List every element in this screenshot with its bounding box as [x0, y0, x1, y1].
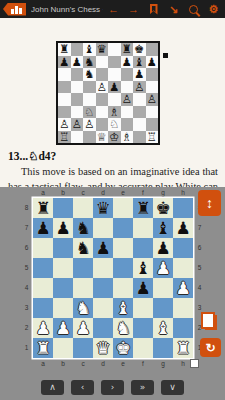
white-bishop: ♝: [115, 298, 130, 318]
diagram-side-to-move-indicator: [163, 53, 168, 58]
square-a2: ♙: [58, 118, 71, 131]
board-resize-button[interactable]: ↕: [198, 190, 221, 216]
square-c6: ♞: [83, 68, 96, 81]
square-f6[interactable]: [133, 238, 153, 258]
square-f2: [121, 118, 134, 131]
white-rook: ♖: [147, 131, 157, 143]
square-d2: [96, 118, 109, 131]
square-c3: ♘: [83, 106, 96, 119]
file-label-c: c: [73, 188, 93, 197]
square-d3: [96, 106, 109, 119]
rank-label-4: 4: [22, 278, 31, 298]
black-pawn: ♟: [35, 218, 50, 238]
white-queen: ♛: [95, 338, 110, 358]
white-knight: ♘: [84, 106, 94, 118]
square-b5: [71, 81, 84, 94]
square-g5[interactable]: ♟: [153, 258, 173, 278]
rank-label-3: 3: [22, 298, 31, 318]
file-label-e: e: [113, 188, 133, 197]
square-h2[interactable]: [173, 318, 193, 338]
square-d8: ♛: [96, 43, 109, 56]
rank-label-2: 2: [22, 318, 31, 338]
square-d4[interactable]: [93, 278, 113, 298]
square-d5[interactable]: [93, 258, 113, 278]
square-e3: ♗: [108, 106, 121, 119]
square-c1: [83, 131, 96, 144]
white-pawn: ♙: [97, 81, 107, 93]
square-d1[interactable]: ♛: [93, 338, 113, 358]
square-a1[interactable]: ♜: [33, 338, 53, 358]
printed-diagram-wrap: ♜♝♛♜♚♟♟♞♟♝♟♞♟♙♟♙♙♙♘♗♙♙♙♘♖♕♔♗♖: [56, 41, 160, 145]
square-h8[interactable]: [173, 198, 193, 218]
square-c8: ♝: [83, 43, 96, 56]
square-f4: ♙: [121, 93, 134, 106]
square-b8[interactable]: [53, 198, 73, 218]
file-label-d: d: [93, 188, 113, 197]
square-g3: [133, 106, 146, 119]
square-e8[interactable]: [113, 198, 133, 218]
bookmark-glyph: [150, 4, 158, 15]
white-pawn: ♙: [147, 93, 157, 105]
square-a7: ♟: [58, 56, 71, 69]
square-c4: [83, 93, 96, 106]
black-pawn: ♟: [134, 68, 144, 80]
square-b7: ♟: [71, 56, 84, 69]
square-c7[interactable]: ♞: [73, 218, 93, 238]
square-h7[interactable]: ♟: [173, 218, 193, 238]
square-b5[interactable]: [53, 258, 73, 278]
black-bishop: ♝: [134, 56, 144, 68]
rotate-board-icon[interactable]: ↻: [200, 338, 221, 357]
square-e5: ♟: [108, 81, 121, 94]
square-a5[interactable]: [33, 258, 53, 278]
rank-labels-left: 87654321: [22, 198, 31, 358]
nav-back-button[interactable]: ‹: [71, 380, 94, 395]
white-bishop: ♝: [155, 318, 170, 338]
square-h4: ♙: [146, 93, 159, 106]
moves-arrow-icon[interactable]: ↘: [167, 2, 180, 16]
black-pawn: ♟: [109, 81, 119, 93]
white-pawn: ♟: [155, 258, 170, 278]
square-c5: [83, 81, 96, 94]
black-queen: ♛: [95, 198, 110, 218]
square-h8: [146, 43, 159, 56]
file-label-a: a: [33, 359, 53, 368]
square-d3[interactable]: [93, 298, 113, 318]
square-e6: [108, 68, 121, 81]
black-knight: ♞: [75, 218, 90, 238]
printed-chess-diagram: ♜♝♛♜♚♟♟♞♟♝♟♞♟♙♟♙♙♙♘♗♙♙♙♘♖♕♔♗♖: [56, 41, 160, 145]
square-e8: [108, 43, 121, 56]
square-h4[interactable]: ♟: [173, 278, 193, 298]
settings-gear-icon[interactable]: ⚙: [207, 2, 220, 16]
square-a2[interactable]: ♟: [33, 318, 53, 338]
file-label-c: c: [73, 359, 93, 368]
square-d6[interactable]: ♟: [93, 238, 113, 258]
square-h1[interactable]: ♜: [173, 338, 193, 358]
back-arrow-icon[interactable]: ←: [107, 2, 120, 16]
interactive-chess-board[interactable]: ♜♛♜♚♟♟♞♝♟♞♟♟♝♟♟♟♞♝♟♟♟♞♝♜♛♚♜: [33, 198, 193, 358]
square-h5: [146, 81, 159, 94]
square-c2[interactable]: ♟: [73, 318, 93, 338]
square-f7: ♟: [121, 56, 134, 69]
square-e6[interactable]: [113, 238, 133, 258]
square-b6[interactable]: [53, 238, 73, 258]
white-pawn: ♟: [35, 318, 50, 338]
square-f7[interactable]: [133, 218, 153, 238]
square-g4[interactable]: [153, 278, 173, 298]
square-h3: [146, 106, 159, 119]
square-a5: [58, 81, 71, 94]
black-king: ♚: [155, 198, 170, 218]
square-d6: [96, 68, 109, 81]
white-pawn: ♟: [55, 318, 70, 338]
square-d4: [96, 93, 109, 106]
square-e1[interactable]: ♚: [113, 338, 133, 358]
white-rook: ♖: [59, 131, 69, 143]
square-a3: [58, 106, 71, 119]
square-a4[interactable]: [33, 278, 53, 298]
square-f4[interactable]: ♟: [133, 278, 153, 298]
square-d2[interactable]: [93, 318, 113, 338]
file-label-g: g: [153, 188, 173, 197]
square-e3[interactable]: ♝: [113, 298, 133, 318]
black-knight: ♞: [84, 68, 94, 80]
rank-label-5: 5: [195, 258, 204, 278]
square-f8: ♜: [121, 43, 134, 56]
square-b4: [71, 93, 84, 106]
black-rook: ♜: [35, 198, 50, 218]
square-e4[interactable]: [113, 278, 133, 298]
file-label-f: f: [133, 188, 153, 197]
square-g7[interactable]: ♝: [153, 218, 173, 238]
square-b8: [71, 43, 84, 56]
nav-fast-forward-button[interactable]: »: [131, 380, 154, 395]
square-c2: ♙: [83, 118, 96, 131]
square-c1[interactable]: [73, 338, 93, 358]
magnifier-glyph: [189, 5, 198, 14]
square-h7: ♟: [146, 56, 159, 69]
black-knight: ♞: [75, 238, 90, 258]
square-a6[interactable]: [33, 238, 53, 258]
white-pawn: ♙: [59, 118, 69, 130]
rank-label-4: 4: [195, 278, 204, 298]
white-knight: ♞: [115, 318, 130, 338]
black-pawn: ♟: [59, 56, 69, 68]
square-g7: ♝: [133, 56, 146, 69]
black-queen: ♛: [97, 43, 107, 55]
square-h1: ♖: [146, 131, 159, 144]
square-c5[interactable]: [73, 258, 93, 278]
square-e2: ♘: [108, 118, 121, 131]
nav-down-button[interactable]: ∨: [161, 380, 184, 395]
file-label-h: h: [173, 188, 193, 197]
white-pawn: ♟: [75, 318, 90, 338]
black-bishop: ♝: [84, 43, 94, 55]
white-queen: ♕: [97, 131, 107, 143]
square-f2[interactable]: [133, 318, 153, 338]
black-pawn: ♟: [95, 238, 110, 258]
square-e1: ♔: [108, 131, 121, 144]
rank-labels-right: 87654321: [195, 198, 204, 358]
black-rook: ♜: [59, 43, 69, 55]
square-e7[interactable]: [113, 218, 133, 238]
move-heading: 13...♘d4?: [8, 149, 56, 163]
square-b1[interactable]: [53, 338, 73, 358]
square-f1[interactable]: [133, 338, 153, 358]
square-e5[interactable]: [113, 258, 133, 278]
square-b3[interactable]: [53, 298, 73, 318]
square-g6: ♟: [133, 68, 146, 81]
top-toolbar: John Nunn's Chess · ← → ↘ ⚙: [0, 0, 225, 18]
square-f6: [121, 68, 134, 81]
square-a1: ♖: [58, 131, 71, 144]
black-pawn: ♟: [122, 56, 132, 68]
square-g3[interactable]: [153, 298, 173, 318]
black-king: ♚: [134, 43, 144, 55]
square-f3: [121, 106, 134, 119]
file-labels-bottom: abcdefgh: [33, 359, 193, 368]
square-g1: [133, 131, 146, 144]
black-rook: ♜: [135, 198, 150, 218]
white-bishop: ♗: [109, 106, 119, 118]
square-b7[interactable]: ♟: [53, 218, 73, 238]
square-g5: ♙: [133, 81, 146, 94]
black-pawn: ♟: [55, 218, 70, 238]
square-g2: [133, 118, 146, 131]
square-g2[interactable]: ♝: [153, 318, 173, 338]
square-a7[interactable]: ♟: [33, 218, 53, 238]
rank-label-5: 5: [22, 258, 31, 278]
file-label-b: b: [53, 359, 73, 368]
rank-label-6: 6: [195, 238, 204, 258]
square-g1[interactable]: [153, 338, 173, 358]
interactive-board-panel: abcdefgh 87654321 ♜♛♜♚♟♟♞♝♟♞♟♟♝♟♟♟♞♝♟♟♟♞…: [0, 187, 225, 400]
rank-label-7: 7: [22, 218, 31, 238]
square-c7: ♞: [83, 56, 96, 69]
book-page: ♜♝♛♜♚♟♟♞♟♝♟♞♟♙♟♙♙♙♘♗♙♙♙♘♖♕♔♗♖ 13...♘d4? …: [0, 18, 225, 187]
square-a3[interactable]: [33, 298, 53, 318]
white-pawn: ♙: [84, 118, 94, 130]
square-c4[interactable]: [73, 278, 93, 298]
square-d8[interactable]: ♛: [93, 198, 113, 218]
square-e2[interactable]: ♞: [113, 318, 133, 338]
copy-pages-icon[interactable]: [205, 315, 217, 330]
chess-reader-app: John Nunn's Chess · ← → ↘ ⚙ ♜♝♛♜♚♟♟♞♟♝♟♞…: [0, 0, 225, 400]
black-bishop: ♝: [135, 258, 150, 278]
square-b3: [71, 106, 84, 119]
square-d5: ♙: [96, 81, 109, 94]
white-rook: ♜: [35, 338, 50, 358]
square-c3[interactable]: ♞: [73, 298, 93, 318]
square-f8[interactable]: ♜: [133, 198, 153, 218]
search-icon[interactable]: [187, 2, 200, 16]
white-bishop: ♗: [122, 131, 132, 143]
black-pawn: ♟: [135, 278, 150, 298]
black-pawn: ♟: [175, 218, 190, 238]
square-b2[interactable]: ♟: [53, 318, 73, 338]
square-h6: [146, 68, 159, 81]
black-knight: ♞: [84, 56, 94, 68]
square-d7: [96, 56, 109, 69]
rank-label-7: 7: [195, 218, 204, 238]
square-g6[interactable]: ♟: [153, 238, 173, 258]
square-h5[interactable]: [173, 258, 193, 278]
file-label-e: e: [113, 359, 133, 368]
bookmark-icon[interactable]: [147, 2, 160, 16]
square-h6[interactable]: [173, 238, 193, 258]
square-c8[interactable]: [73, 198, 93, 218]
square-c6[interactable]: ♞: [73, 238, 93, 258]
nav-forward-button[interactable]: ›: [101, 380, 124, 395]
book-title: John Nunn's Chess ·: [31, 5, 103, 14]
rank-label-8: 8: [22, 198, 31, 218]
square-f5[interactable]: ♝: [133, 258, 153, 278]
square-f5: [121, 81, 134, 94]
square-a6: [58, 68, 71, 81]
square-f1: ♗: [121, 131, 134, 144]
square-g8[interactable]: ♚: [153, 198, 173, 218]
white-king: ♚: [115, 338, 130, 358]
black-pawn: ♟: [72, 56, 82, 68]
white-pawn: ♟: [175, 278, 190, 298]
black-bishop: ♝: [155, 218, 170, 238]
square-d7[interactable]: [93, 218, 113, 238]
square-b1: [71, 131, 84, 144]
black-rook: ♜: [122, 43, 132, 55]
square-b6: [71, 68, 84, 81]
file-label-a: a: [33, 188, 53, 197]
library-barchart-icon: [3, 3, 26, 16]
white-knight: ♘: [109, 118, 119, 130]
square-a8: ♜: [58, 43, 71, 56]
square-h2: [146, 118, 159, 131]
white-pawn: ♙: [72, 118, 82, 130]
square-e4: [108, 93, 121, 106]
file-label-d: d: [93, 359, 113, 368]
move-navigation-bar: ∧‹›»∨: [0, 380, 225, 395]
white-knight: ♞: [75, 298, 90, 318]
black-pawn: ♟: [147, 56, 157, 68]
nav-collapse-button[interactable]: ∧: [41, 380, 64, 395]
toolbar-icons: ← → ↘ ⚙: [107, 2, 222, 16]
file-label-g: g: [153, 359, 173, 368]
library-button[interactable]: [3, 2, 27, 16]
square-g8: ♚: [133, 43, 146, 56]
file-label-f: f: [133, 359, 153, 368]
file-label-b: b: [53, 188, 73, 197]
black-pawn: ♟: [155, 238, 170, 258]
white-rook: ♜: [175, 338, 190, 358]
white-king: ♔: [109, 131, 119, 143]
file-labels-top: abcdefgh: [33, 188, 193, 197]
forward-arrow-icon[interactable]: →: [127, 2, 140, 16]
square-d1: ♕: [96, 131, 109, 144]
square-f3[interactable]: [133, 298, 153, 318]
white-pawn: ♙: [122, 93, 132, 105]
square-e7: [108, 56, 121, 69]
square-a4: [58, 93, 71, 106]
square-a8[interactable]: ♜: [33, 198, 53, 218]
square-b2: ♙: [71, 118, 84, 131]
side-to-move-indicator: [190, 359, 199, 368]
rank-label-1: 1: [22, 338, 31, 358]
square-b4[interactable]: [53, 278, 73, 298]
rank-label-6: 6: [22, 238, 31, 258]
square-g4: [133, 93, 146, 106]
white-pawn: ♙: [134, 81, 144, 93]
square-h3[interactable]: [173, 298, 193, 318]
